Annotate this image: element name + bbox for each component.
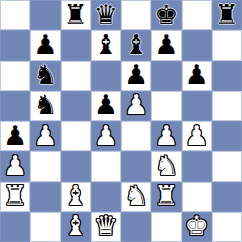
square-h6[interactable] [212,61,242,91]
piece-black-knight: ♞ [33,91,57,118]
square-f8[interactable]: ♚ [151,0,181,30]
square-a8[interactable] [0,0,30,30]
square-b7[interactable]: ♟ [30,30,60,60]
square-g7[interactable] [182,30,212,60]
square-e2[interactable]: ♞ [121,182,151,212]
chess-board: ♜♛♚♜♟♝♝♟♞♟♟♞♟♟♟♟♟♟♟♟♞♜♝♞♜♝♛♚ [0,0,242,242]
piece-white-pawn: ♟ [154,122,178,149]
square-b6[interactable]: ♞ [30,61,60,91]
square-c1[interactable]: ♝ [61,212,91,242]
piece-white-rook: ♜ [3,182,27,209]
square-g4[interactable]: ♟ [182,121,212,151]
piece-black-pawn: ♟ [185,61,209,88]
square-c4[interactable] [61,121,91,151]
square-c7[interactable] [61,30,91,60]
square-g2[interactable] [182,182,212,212]
piece-black-pawn: ♟ [3,122,27,149]
square-c3[interactable] [61,151,91,181]
square-g1[interactable]: ♚ [182,212,212,242]
piece-black-rook: ♜ [64,1,88,28]
square-d5[interactable]: ♟ [91,91,121,121]
piece-black-rook: ♜ [215,1,239,28]
square-a2[interactable]: ♜ [0,182,30,212]
square-g3[interactable] [182,151,212,181]
square-e5[interactable]: ♟ [121,91,151,121]
square-c8[interactable]: ♜ [61,0,91,30]
square-a5[interactable] [0,91,30,121]
square-b3[interactable] [30,151,60,181]
square-a6[interactable] [0,61,30,91]
piece-white-pawn: ♟ [3,152,27,179]
piece-white-queen: ♛ [94,212,118,239]
square-e3[interactable] [121,151,151,181]
square-f6[interactable] [151,61,181,91]
square-d4[interactable]: ♟ [91,121,121,151]
square-a7[interactable] [0,30,30,60]
square-e4[interactable] [121,121,151,151]
square-e6[interactable]: ♟ [121,61,151,91]
piece-white-pawn: ♟ [94,122,118,149]
piece-white-rook: ♜ [154,182,178,209]
square-d3[interactable] [91,151,121,181]
piece-white-pawn: ♟ [124,91,148,118]
square-c5[interactable] [61,91,91,121]
piece-black-pawn: ♟ [154,31,178,58]
piece-black-pawn: ♟ [94,91,118,118]
piece-white-knight: ♞ [154,152,178,179]
piece-white-pawn: ♟ [33,122,57,149]
square-h4[interactable] [212,121,242,151]
square-d1[interactable]: ♛ [91,212,121,242]
piece-black-bishop: ♝ [124,31,148,58]
square-a3[interactable]: ♟ [0,151,30,181]
square-d7[interactable]: ♝ [91,30,121,60]
square-a1[interactable] [0,212,30,242]
square-e7[interactable]: ♝ [121,30,151,60]
piece-black-knight: ♞ [33,61,57,88]
square-h7[interactable] [212,30,242,60]
piece-black-pawn: ♟ [33,31,57,58]
piece-white-knight: ♞ [124,182,148,209]
square-g5[interactable] [182,91,212,121]
square-f7[interactable]: ♟ [151,30,181,60]
square-d2[interactable] [91,182,121,212]
square-g6[interactable]: ♟ [182,61,212,91]
square-h5[interactable] [212,91,242,121]
square-b8[interactable] [30,0,60,30]
square-f5[interactable] [151,91,181,121]
square-b5[interactable]: ♞ [30,91,60,121]
square-f3[interactable]: ♞ [151,151,181,181]
square-h1[interactable] [212,212,242,242]
piece-black-queen: ♛ [94,1,118,28]
square-d6[interactable] [91,61,121,91]
square-c2[interactable]: ♝ [61,182,91,212]
square-b1[interactable] [30,212,60,242]
square-e8[interactable] [121,0,151,30]
square-a4[interactable]: ♟ [0,121,30,151]
piece-black-pawn: ♟ [124,61,148,88]
square-f2[interactable]: ♜ [151,182,181,212]
piece-white-king: ♚ [185,212,209,239]
piece-black-bishop: ♝ [94,31,118,58]
square-h3[interactable] [212,151,242,181]
square-f1[interactable] [151,212,181,242]
square-f4[interactable]: ♟ [151,121,181,151]
square-h2[interactable] [212,182,242,212]
piece-white-bishop: ♝ [64,212,88,239]
square-b4[interactable]: ♟ [30,121,60,151]
square-h8[interactable]: ♜ [212,0,242,30]
square-g8[interactable] [182,0,212,30]
square-b2[interactable] [30,182,60,212]
piece-black-king: ♚ [154,1,178,28]
square-c6[interactable] [61,61,91,91]
piece-white-pawn: ♟ [185,122,209,149]
square-e1[interactable] [121,212,151,242]
piece-white-bishop: ♝ [64,182,88,209]
square-d8[interactable]: ♛ [91,0,121,30]
